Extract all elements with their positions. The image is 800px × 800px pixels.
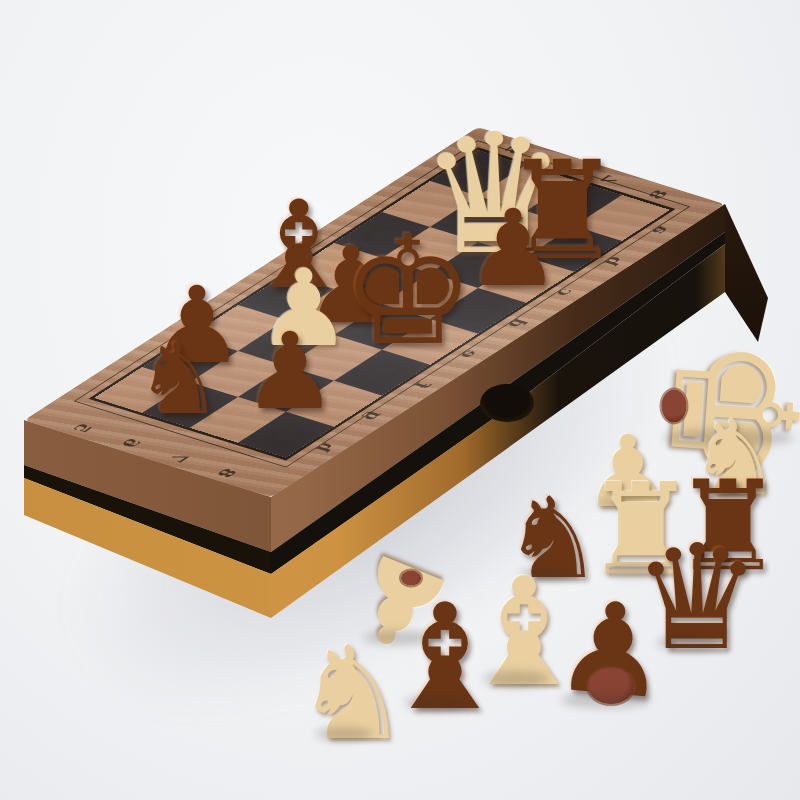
board-piece-dark-knight-h6: ♞ — [135, 329, 223, 427]
piece-shadow — [561, 692, 651, 708]
chess-set-photo: abcdefgh88776655 ♜♟♛♚♟♟♝♟♟♞♚♟♞♜♜♛♟♞♝♝♞♟ — [0, 0, 800, 800]
board-piece-dark-king-e7: ♚ — [341, 216, 475, 366]
piece-shadow — [316, 727, 373, 741]
box-finger-notch — [480, 384, 534, 422]
piece-shadow — [405, 695, 469, 711]
board-piece-dark-pawn-g7: ♟ — [243, 319, 338, 425]
board-piece-dark-pawn-c8: ♟ — [465, 196, 560, 302]
